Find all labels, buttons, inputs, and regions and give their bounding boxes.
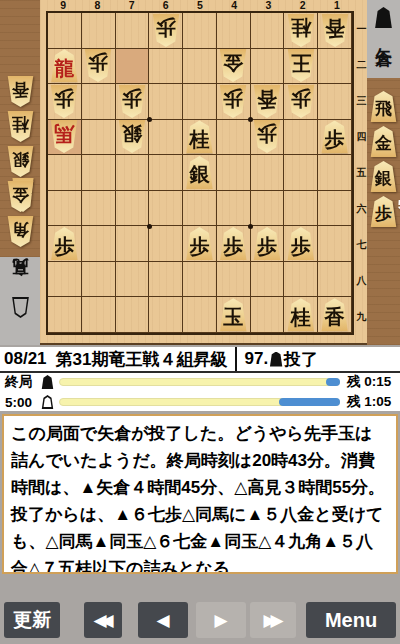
captured-piece-glyph: 金 [6,181,35,212]
file-label-1: 1 [320,0,354,11]
rank-label-三: 三 [356,83,367,119]
rewind-button[interactable]: ◀◀ [84,602,122,638]
board-cell-5八 [183,262,217,298]
rank-label-五: 五 [356,155,367,191]
sente-time-remaining-fill [326,378,340,386]
gote-hand-香: 香 [6,76,35,107]
controls-bar: 更新 ◀◀ ◀ ▶ ▶▶ Menu [0,574,400,644]
board-cell-5六 [183,191,217,227]
sente-piece-龍: 龍 [49,49,79,82]
board-cell-5四: 桂 [183,120,217,156]
gote-mark-icon [11,297,30,318]
game-info-bar: 08/21 第31期竜王戦４組昇級 97. 投了 [0,347,400,373]
board-cell-8八 [82,262,116,298]
board-cell-1七 [318,226,352,262]
board-cell-9四: 馬 [48,120,82,156]
hoshi-dot [248,117,253,122]
board-cell-1八 [318,262,352,298]
board-cell-4九: 玉 [217,297,251,333]
board-cell-9一 [48,13,82,49]
board-cell-8九 [82,297,116,333]
sente-piece-歩: 歩 [49,227,79,260]
board-cell-7三: 歩 [116,84,150,120]
gote-piece-歩: 歩 [117,85,147,118]
sente-piece-歩: 歩 [184,227,214,260]
captured-piece-glyph: 金 [369,126,398,157]
sente-piece-桂: 桂 [286,298,316,331]
sente-piece-香: 香 [320,298,350,331]
board-cell-2七: 歩 [284,226,318,262]
board-cell-7六 [116,191,150,227]
board-cell-1九: 香 [318,297,352,333]
board-cell-2三: 歩 [284,84,318,120]
board-cell-8二: 歩 [82,49,116,85]
gote-piece-桂: 桂 [286,14,316,47]
file-label-5: 5 [183,0,217,11]
sente-remaining-time: 残 0:15 [347,373,395,391]
board-cell-5九 [183,297,217,333]
gote-hand-銀: 銀 [6,146,35,177]
commentary-paragraph: この局面で矢倉が投了した。どうやら先手玉は詰んでいたようだ。終局時刻は20時43… [11,420,389,501]
gote-tray: 香桂銀金金角 高見 [0,0,40,345]
board-cell-4五 [217,155,251,191]
divider [235,347,237,371]
sente-hand-金: 金 [369,126,398,157]
sente-piece-歩: 歩 [286,227,316,260]
clock-panel: 終局 残 0:15 5:00 残 1:05 [0,373,400,411]
rank-label-六: 六 [356,191,367,227]
sente-move-icon [269,352,283,367]
rank-label-二: 二 [356,47,367,83]
board-cell-1三 [318,84,352,120]
board-cell-2四 [284,120,318,156]
move-label: 投了 [284,348,318,371]
board-cell-7八 [116,262,150,298]
board-cell-6二 [149,49,183,85]
sente-hand-飛: 飛 [369,91,398,122]
board-cell-5五: 銀 [183,155,217,191]
board-cell-2二: 王 [284,49,318,85]
board-area: 987654321 歩桂香龍歩金王歩歩歩香歩馬銀桂歩歩銀歩歩歩歩歩玉桂香 一二三… [40,0,367,345]
board-cell-7四: 銀 [116,120,150,156]
board-cell-8五 [82,155,116,191]
sente-hand-歩: 歩5 [369,196,398,227]
gote-piece-歩: 歩 [49,85,79,118]
hoshi-dot [147,117,152,122]
board-cell-2九: 桂 [284,297,318,333]
board-cell-2八 [284,262,318,298]
captured-piece-glyph: 香 [6,76,35,107]
game-date: 08/21 [4,349,47,369]
sente-piece-歩: 歩 [218,227,248,260]
gote-player-name: 高見 [12,285,29,291]
board-cell-3一 [251,13,285,49]
rank-label-九: 九 [356,299,367,335]
board-cell-3五 [251,155,285,191]
board-cell-4七: 歩 [217,226,251,262]
lower-panel: この局面で矢倉が投了した。どうやら先手玉は詰んでいたようだ。終局時刻は20時43… [0,411,400,644]
sente-clock-row: 終局 残 0:15 [0,374,400,390]
file-label-4: 4 [217,0,251,11]
board-cell-9三: 歩 [48,84,82,120]
sente-clock-label: 終局 [5,373,39,391]
board-cell-4四 [217,120,251,156]
board-cell-6七 [149,226,183,262]
sente-piece-玉: 玉 [218,298,248,331]
gote-clock-row: 5:00 残 1:05 [0,394,400,410]
board-cell-6五 [149,155,183,191]
board-cell-4三: 歩 [217,84,251,120]
board-cell-6四 [149,120,183,156]
file-coordinates: 987654321 [46,0,354,11]
board-cell-6三 [149,84,183,120]
board-cell-9五 [48,155,82,191]
gote-piece-歩: 歩 [83,49,113,82]
board-cell-1二 [318,49,352,85]
captured-piece-glyph: 桂 [6,111,35,142]
board-cell-3八 [251,262,285,298]
board-cell-6八 [149,262,183,298]
hoshi-dot [248,224,253,229]
gote-nameplate: 高見 [0,257,40,345]
board-cell-4一 [217,13,251,49]
board-cell-3三: 香 [251,84,285,120]
board-cell-1五 [318,155,352,191]
board-cell-7二 [116,49,150,85]
gote-clock-icon [41,395,54,409]
board-cell-4六 [217,191,251,227]
file-label-2: 2 [286,0,320,11]
board-cell-5七: 歩 [183,226,217,262]
menu-button[interactable]: Menu [306,602,396,638]
board-cell-1四: 歩 [318,120,352,156]
board-cell-6六 [149,191,183,227]
file-label-8: 8 [80,0,114,11]
board-cell-9八 [48,262,82,298]
board-cell-2五 [284,155,318,191]
file-label-6: 6 [149,0,183,11]
board-cell-7五 [116,155,150,191]
gote-time-bar [59,398,340,406]
gote-name-rotated: 高見 [11,285,30,318]
board-cell-7九 [116,297,150,333]
board-cell-8六 [82,191,116,227]
captured-piece-glyph: 角 [6,216,35,247]
gote-clock-label: 5:00 [5,395,39,410]
app-root: 987654321 歩桂香龍歩金王歩歩歩香歩馬銀桂歩歩銀歩歩歩歩歩玉桂香 一二三… [0,0,400,644]
captured-piece-glyph: 飛 [369,91,398,122]
board-cell-1一: 香 [318,13,352,49]
board-cell-3九 [251,297,285,333]
gote-hand-金: 金金 [6,181,35,212]
move-number: 97. [244,349,268,369]
board-cell-3二 [251,49,285,85]
gote-piece-馬: 馬 [49,120,79,153]
step-forward-button[interactable]: ▶ [196,602,246,638]
hoshi-dot [147,224,152,229]
board-cell-8七 [82,226,116,262]
board-cell-7一 [116,13,150,49]
step-back-button[interactable]: ◀ [138,602,188,638]
sente-time-bar [59,378,340,386]
board-cell-5二 [183,49,217,85]
sente-captured-pieces: 飛金銀歩5 [367,78,400,227]
rank-label-四: 四 [356,119,367,155]
gote-captured-pieces: 香桂銀金金角 [0,0,40,247]
rank-label-一: 一 [356,11,367,47]
sente-piece-桂: 桂 [184,120,214,153]
board-cell-9二: 龍 [48,49,82,85]
gote-piece-香: 香 [320,14,350,47]
board-cell-1六 [318,191,352,227]
sente-clock-icon [41,375,54,389]
board-cell-9七: 歩 [48,226,82,262]
board-cell-2六 [284,191,318,227]
commentary-box[interactable]: この局面で矢倉が投了した。どうやら先手玉は詰んでいたようだ。終局時刻は20時43… [2,414,398,574]
board-cell-3四: 歩 [251,120,285,156]
rank-label-八: 八 [356,263,367,299]
sente-piece-銀: 銀 [184,156,214,189]
board-cell-5一 [183,13,217,49]
captured-piece-glyph: 銀 [6,146,35,177]
board-cell-6九 [149,297,183,333]
sente-tray: 矢倉 飛金銀歩5 [367,0,400,345]
gote-piece-歩: 歩 [218,85,248,118]
gote-piece-香: 香 [252,85,282,118]
file-label-3: 3 [251,0,285,11]
board-grid: 歩桂香龍歩金王歩歩歩香歩馬銀桂歩歩銀歩歩歩歩歩玉桂香 [48,13,352,333]
sente-nameplate: 矢倉 [367,0,400,78]
gote-time-remaining-fill [279,398,340,406]
gote-hand-角: 角 [6,216,35,247]
sente-hand-銀: 銀 [369,161,398,192]
rank-label-七: 七 [356,227,367,263]
sente-piece-歩: 歩 [252,227,282,260]
board-cell-8一 [82,13,116,49]
file-label-9: 9 [46,0,80,11]
gote-piece-歩: 歩 [252,120,282,153]
board-cell-4八 [217,262,251,298]
board-cell-9六 [48,191,82,227]
gote-piece-銀: 銀 [117,120,147,153]
board-cell-2一: 桂 [284,13,318,49]
game-title: 第31期竜王戦４組昇級 [56,348,228,371]
file-label-7: 7 [114,0,148,11]
gote-hand-桂: 桂 [6,111,35,142]
board-cell-5三 [183,84,217,120]
sente-mark-icon [374,7,393,28]
gote-piece-王: 王 [286,49,316,82]
fast-forward-button[interactable]: ▶▶ [250,602,296,638]
captured-piece-glyph: 銀 [369,161,398,192]
gote-remaining-time: 残 1:05 [347,393,395,411]
board-cell-8四 [82,120,116,156]
captured-piece-glyph: 歩 [369,196,398,227]
sente-player-name: 矢倉 [375,33,392,39]
rank-coordinates: 一二三四五六七八九 [356,11,367,335]
board-cell-6一: 歩 [149,13,183,49]
board-cell-8三 [82,84,116,120]
gote-piece-金: 金 [218,49,248,82]
board-cell-3六 [251,191,285,227]
gote-piece-歩: 歩 [151,14,181,47]
shogi-board: 歩桂香龍歩金王歩歩歩香歩馬銀桂歩歩銀歩歩歩歩歩玉桂香 [46,11,354,335]
gote-piece-歩: 歩 [286,85,316,118]
board-cell-9九 [48,297,82,333]
board-cell-7七 [116,226,150,262]
board-cell-4二: 金 [217,49,251,85]
refresh-button[interactable]: 更新 [4,602,60,638]
commentary-paragraph: 投了からは、▲６七歩△同馬に▲５八金と受けても、△同馬▲同玉△６七金▲同玉△４九… [11,501,389,574]
board-cell-3七: 歩 [251,226,285,262]
sente-piece-歩: 歩 [320,120,350,153]
